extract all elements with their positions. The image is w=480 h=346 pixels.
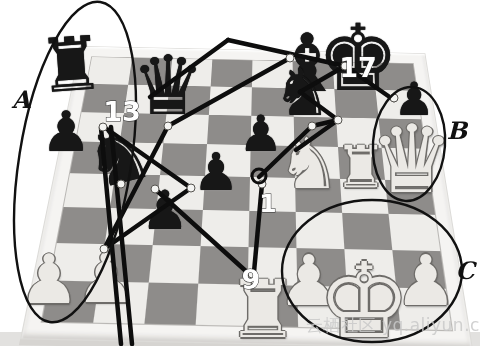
path-junction-dot xyxy=(308,122,316,130)
path-junction-dot xyxy=(286,54,294,62)
region-ellipse-b xyxy=(369,85,449,204)
move-number-17: 17 xyxy=(339,52,377,83)
region-label-c: C xyxy=(455,256,477,285)
move-path-line xyxy=(300,92,338,120)
chessboard-photo: ♜♚♝♛♟♞♟♟♞♞♜♟♛♟♟♟♟♟♚♜ ABC131719 云栖社区 yq.a… xyxy=(0,0,480,346)
watermark: 云栖社区 yq.aliyun.com xyxy=(306,314,480,337)
move-number-13: 13 xyxy=(103,96,141,127)
path-junction-dot xyxy=(100,245,108,253)
move-path-line xyxy=(150,40,228,97)
move-path-line xyxy=(259,126,312,177)
region-label-b: B xyxy=(447,116,469,145)
annotation-overlay: ABC131719 xyxy=(0,0,480,346)
move-path-line xyxy=(155,189,248,273)
path-junction-dot xyxy=(151,185,159,193)
move-number-1: 1 xyxy=(259,189,276,218)
region-ellipse-a xyxy=(0,0,156,331)
path-junction-dot xyxy=(334,116,342,124)
path-junction-dot xyxy=(117,180,125,188)
path-junction-dot xyxy=(164,122,172,130)
move-number-9: 9 xyxy=(242,264,261,295)
region-label-a: A xyxy=(11,85,32,114)
path-junction-dot xyxy=(187,184,195,192)
